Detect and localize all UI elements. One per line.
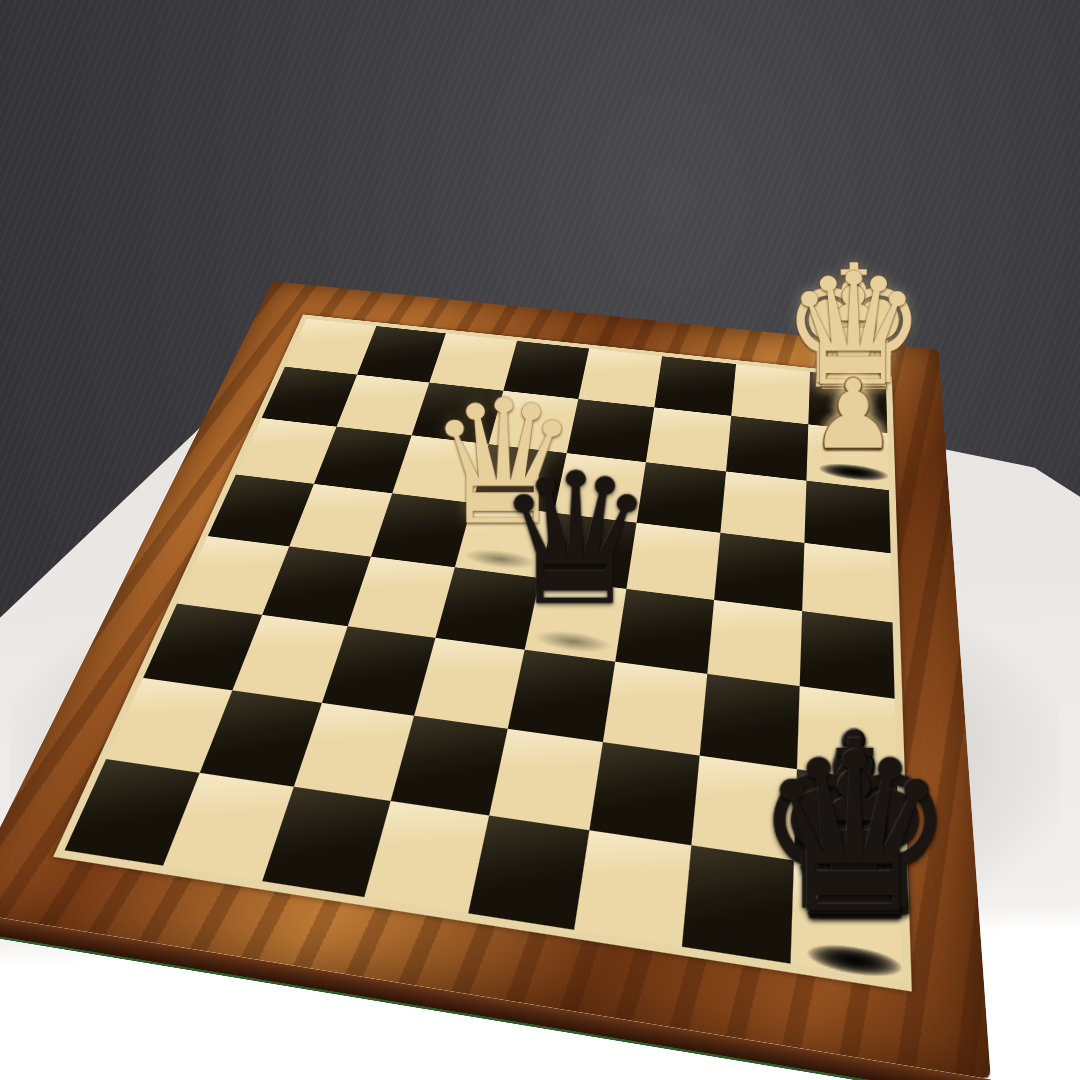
photo-stage: ♜♞♝♛♚♝♞♜♟♟♟♟♟♟♟♟♛♛♟♟♟♟♟♟♟♟♜♞♝♛♚♝♞♜ (0, 0, 1080, 1080)
scene: ♜♞♝♛♚♝♞♜♟♟♟♟♟♟♟♟♛♛♟♟♟♟♟♟♟♟♜♞♝♛♚♝♞♜ (0, 0, 1080, 1080)
chess-board: ♜♞♝♛♚♝♞♜♟♟♟♟♟♟♟♟♛♛♟♟♟♟♟♟♟♟♜♞♝♛♚♝♞♜ (0, 281, 991, 1079)
white-pawn-icon: ♟ (811, 369, 897, 460)
black-queen-icon: ♛ (756, 730, 953, 939)
piece-white-pawn-a2[interactable]: ♟ (812, 421, 896, 488)
piece-black-queen-d5[interactable]: ♛ (524, 578, 628, 663)
black-queen-icon: ♛ (494, 454, 657, 627)
